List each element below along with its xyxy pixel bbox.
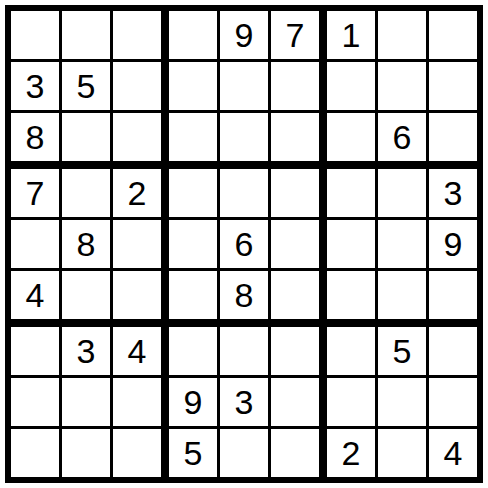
cell-r1c5[interactable]: 9 (220, 11, 271, 62)
cell-r6c3[interactable] (113, 271, 169, 327)
cell-r5c5[interactable]: 6 (220, 220, 271, 271)
cell-r1c1[interactable] (11, 11, 62, 62)
cell-r2c2[interactable]: 5 (62, 62, 113, 113)
cell-r1c7[interactable]: 1 (327, 11, 378, 62)
cell-r8c1[interactable] (11, 378, 62, 429)
cell-r9c8[interactable] (378, 429, 429, 477)
cell-r6c9[interactable] (429, 271, 477, 327)
cell-r2c5[interactable] (220, 62, 271, 113)
cell-r9c9[interactable]: 4 (429, 429, 477, 477)
cell-r5c6[interactable] (271, 220, 327, 271)
cell-r7c7[interactable] (327, 327, 378, 378)
cell-r8c6[interactable] (271, 378, 327, 429)
cell-r9c3[interactable] (113, 429, 169, 477)
cell-r3c8[interactable]: 6 (378, 113, 429, 169)
cell-r1c3[interactable] (113, 11, 169, 62)
cell-r6c4[interactable] (169, 271, 220, 327)
cell-r7c4[interactable] (169, 327, 220, 378)
cell-r5c3[interactable] (113, 220, 169, 271)
cell-r8c7[interactable] (327, 378, 378, 429)
page: 97135867238694834593524 (0, 0, 488, 488)
cell-r2c3[interactable] (113, 62, 169, 113)
cell-r6c1[interactable]: 4 (11, 271, 62, 327)
board-row-3: 86 (11, 113, 477, 169)
cell-r1c8[interactable] (378, 11, 429, 62)
board-row-1: 971 (11, 11, 477, 62)
cell-r1c6[interactable]: 7 (271, 11, 327, 62)
board-row-7: 345 (11, 327, 477, 378)
cell-r9c2[interactable] (62, 429, 113, 477)
cell-r8c9[interactable] (429, 378, 477, 429)
cell-r4c8[interactable] (378, 169, 429, 220)
cell-r2c4[interactable] (169, 62, 220, 113)
cell-r2c6[interactable] (271, 62, 327, 113)
cell-r6c8[interactable] (378, 271, 429, 327)
cell-r5c8[interactable] (378, 220, 429, 271)
cell-r5c1[interactable] (11, 220, 62, 271)
cell-r3c3[interactable] (113, 113, 169, 169)
board-row-4: 723 (11, 169, 477, 220)
cell-r8c2[interactable] (62, 378, 113, 429)
cell-r3c6[interactable] (271, 113, 327, 169)
cell-r4c3[interactable]: 2 (113, 169, 169, 220)
cell-r3c5[interactable] (220, 113, 271, 169)
board-row-2: 35 (11, 62, 477, 113)
cell-r5c7[interactable] (327, 220, 378, 271)
cell-r4c7[interactable] (327, 169, 378, 220)
cell-r8c3[interactable] (113, 378, 169, 429)
cell-r3c9[interactable] (429, 113, 477, 169)
sudoku-board: 97135867238694834593524 (5, 5, 483, 483)
cell-r3c7[interactable] (327, 113, 378, 169)
cell-r1c9[interactable] (429, 11, 477, 62)
cell-r4c5[interactable] (220, 169, 271, 220)
cell-r4c6[interactable] (271, 169, 327, 220)
cell-r8c4[interactable]: 9 (169, 378, 220, 429)
cell-r9c6[interactable] (271, 429, 327, 477)
cell-r2c7[interactable] (327, 62, 378, 113)
cell-r8c5[interactable]: 3 (220, 378, 271, 429)
cell-r2c8[interactable] (378, 62, 429, 113)
cell-r7c1[interactable] (11, 327, 62, 378)
cell-r4c2[interactable] (62, 169, 113, 220)
cell-r9c5[interactable] (220, 429, 271, 477)
cell-r6c7[interactable] (327, 271, 378, 327)
cell-r6c2[interactable] (62, 271, 113, 327)
cell-r8c8[interactable] (378, 378, 429, 429)
cell-r7c8[interactable]: 5 (378, 327, 429, 378)
cell-r9c4[interactable]: 5 (169, 429, 220, 477)
cell-r4c4[interactable] (169, 169, 220, 220)
cell-r5c2[interactable]: 8 (62, 220, 113, 271)
cell-r6c6[interactable] (271, 271, 327, 327)
cell-r7c6[interactable] (271, 327, 327, 378)
cell-r7c2[interactable]: 3 (62, 327, 113, 378)
cell-r1c4[interactable] (169, 11, 220, 62)
cell-r1c2[interactable] (62, 11, 113, 62)
cell-r5c4[interactable] (169, 220, 220, 271)
cell-r3c2[interactable] (62, 113, 113, 169)
cell-r9c7[interactable]: 2 (327, 429, 378, 477)
cell-r4c9[interactable]: 3 (429, 169, 477, 220)
cell-r9c1[interactable] (11, 429, 62, 477)
cell-r4c1[interactable]: 7 (11, 169, 62, 220)
cell-r3c1[interactable]: 8 (11, 113, 62, 169)
cell-r7c5[interactable] (220, 327, 271, 378)
cell-r7c9[interactable] (429, 327, 477, 378)
board-row-6: 48 (11, 271, 477, 327)
cell-r6c5[interactable]: 8 (220, 271, 271, 327)
cell-r2c9[interactable] (429, 62, 477, 113)
board-row-5: 869 (11, 220, 477, 271)
cell-r2c1[interactable]: 3 (11, 62, 62, 113)
cell-r3c4[interactable] (169, 113, 220, 169)
board-row-9: 524 (11, 429, 477, 477)
board-row-8: 93 (11, 378, 477, 429)
cell-r5c9[interactable]: 9 (429, 220, 477, 271)
cell-r7c3[interactable]: 4 (113, 327, 169, 378)
